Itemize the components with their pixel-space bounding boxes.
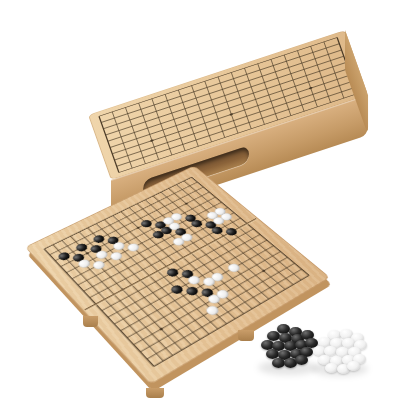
- white-stones-pile: [312, 327, 372, 381]
- board-foot: [238, 330, 254, 341]
- board-foot: [83, 316, 98, 327]
- go-set-product-photo: [0, 0, 400, 400]
- board-foot: [146, 388, 164, 398]
- black-stones-pile: [259, 322, 319, 376]
- go-stone-white: [347, 361, 360, 371]
- go-stone-black: [295, 355, 308, 365]
